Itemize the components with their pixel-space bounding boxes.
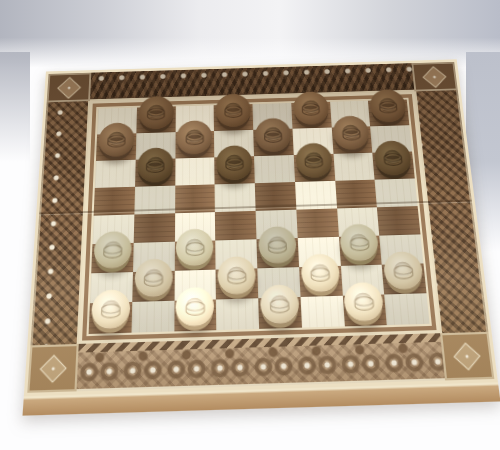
square[interactable] (133, 213, 174, 243)
square[interactable] (94, 187, 135, 216)
dark-piece[interactable]: ⛂ (216, 94, 252, 128)
board-face: ⛂⛂⛂⛂⛂⛂⛂⛂⛂⛂⛂⛂⛀⛀⛀⛀⛀⛀⛀⛀⛀⛀⛀⛀ (24, 59, 498, 396)
inlay-frame: ⛂⛂⛂⛂⛂⛂⛂⛂⛂⛂⛂⛂⛀⛀⛀⛀⛀⛀⛀⛀⛀⛀⛀⛀ (79, 91, 440, 343)
light-piece[interactable]: ⛀ (93, 231, 132, 269)
square[interactable]: ⛀ (338, 236, 381, 266)
square[interactable]: ⛂ (135, 159, 175, 187)
square[interactable] (175, 157, 215, 185)
square[interactable] (216, 298, 259, 330)
square[interactable]: ⛀ (174, 240, 216, 270)
square[interactable]: ⛂ (175, 131, 215, 159)
dark-piece[interactable]: ⛂ (137, 147, 173, 182)
dark-piece[interactable]: ⛂ (138, 96, 174, 130)
board-grid: ⛂⛂⛂⛂⛂⛂⛂⛂⛂⛂⛂⛂⛀⛀⛀⛀⛀⛀⛀⛀⛀⛀⛀⛀ (89, 100, 430, 334)
photo-background: ⛂⛂⛂⛂⛂⛂⛂⛂⛂⛂⛂⛂⛀⛀⛀⛀⛀⛀⛀⛀⛀⛀⛀⛀ (0, 0, 500, 450)
square[interactable]: ⛀ (174, 299, 217, 331)
square[interactable] (255, 182, 296, 211)
checkers-board: ⛂⛂⛂⛂⛂⛂⛂⛂⛂⛂⛂⛂⛀⛀⛀⛀⛀⛀⛀⛀⛀⛀⛀⛀ (23, 59, 500, 415)
corner-medallion-bottom-left (27, 344, 78, 393)
square[interactable]: ⛂ (96, 133, 136, 161)
light-piece[interactable]: ⛀ (258, 226, 297, 264)
corner-medallion-top-right (411, 62, 457, 92)
square[interactable]: ⛂ (331, 126, 372, 153)
square[interactable] (375, 178, 418, 207)
square[interactable]: ⛂ (291, 102, 331, 129)
table-surface-left (0, 52, 30, 162)
square[interactable]: ⛂ (214, 156, 254, 184)
square[interactable] (254, 155, 295, 183)
square[interactable]: ⛀ (382, 263, 427, 294)
square[interactable] (295, 181, 337, 210)
light-piece[interactable]: ⛀ (176, 287, 215, 327)
square[interactable] (215, 183, 256, 212)
square[interactable]: ⛂ (293, 154, 334, 182)
inlay-inner-line: ⛂⛂⛂⛂⛂⛂⛂⛂⛂⛂⛂⛂⛀⛀⛀⛀⛀⛀⛀⛀⛀⛀⛀⛀ (86, 98, 431, 336)
light-piece[interactable]: ⛀ (260, 284, 300, 324)
dark-piece[interactable]: ⛂ (255, 118, 292, 152)
square[interactable]: ⛀ (256, 238, 298, 268)
square[interactable]: ⛀ (89, 302, 132, 334)
square[interactable]: ⛀ (216, 268, 258, 299)
corner-medallion-top-left (47, 73, 92, 103)
square[interactable]: ⛀ (299, 266, 342, 297)
square[interactable] (95, 160, 136, 188)
dark-piece[interactable]: ⛂ (292, 91, 329, 125)
light-piece[interactable]: ⛀ (91, 289, 131, 329)
square[interactable] (296, 208, 338, 238)
dark-piece[interactable]: ⛂ (216, 145, 253, 180)
light-piece[interactable]: ⛀ (134, 259, 172, 298)
square[interactable]: ⛀ (258, 297, 302, 329)
square[interactable]: ⛀ (342, 294, 387, 326)
dark-piece[interactable]: ⛂ (98, 123, 135, 158)
square[interactable] (175, 184, 215, 213)
square[interactable]: ⛂ (214, 104, 253, 131)
board-perspective-wrapper: ⛂⛂⛂⛂⛂⛂⛂⛂⛂⛂⛂⛂⛀⛀⛀⛀⛀⛀⛀⛀⛀⛀⛀⛀ (30, 43, 482, 405)
square[interactable]: ⛂ (253, 129, 293, 157)
square[interactable] (215, 211, 256, 241)
dark-piece[interactable]: ⛂ (369, 89, 407, 123)
light-piece[interactable]: ⛀ (218, 256, 257, 295)
square[interactable] (335, 180, 377, 209)
square[interactable]: ⛂ (368, 100, 409, 127)
square[interactable]: ⛂ (373, 152, 415, 180)
square[interactable] (131, 301, 174, 333)
corner-medallion-bottom-right (440, 332, 494, 381)
light-piece[interactable]: ⛀ (176, 229, 214, 267)
dark-piece[interactable]: ⛂ (177, 120, 213, 154)
square[interactable] (333, 153, 375, 181)
square[interactable] (377, 206, 420, 236)
square[interactable]: ⛀ (132, 271, 174, 302)
square[interactable]: ⛂ (136, 106, 175, 133)
square[interactable] (300, 296, 344, 328)
square[interactable]: ⛀ (91, 243, 133, 273)
square[interactable] (134, 186, 175, 215)
square[interactable] (384, 293, 429, 325)
